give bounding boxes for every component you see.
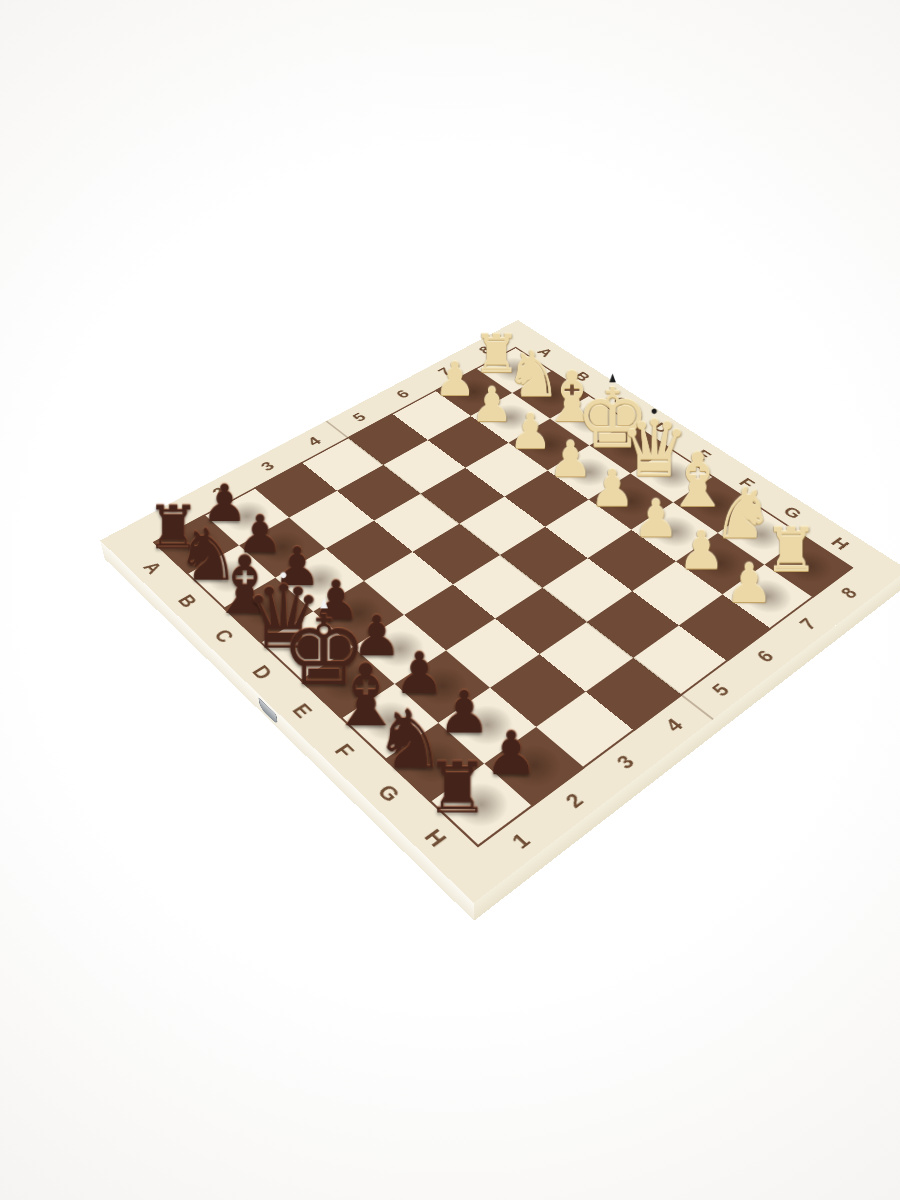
square-e8[interactable]: ●♛ — [630, 448, 713, 502]
piece-light-queen-e8[interactable]: ●♛ — [619, 404, 689, 486]
square-a5[interactable] — [348, 413, 428, 464]
square-c5[interactable] — [421, 468, 505, 524]
square-b6[interactable] — [428, 416, 509, 468]
piece-light-bishop-f8[interactable]: ♝ — [665, 446, 731, 516]
pawn-glyph: ♟ — [725, 558, 773, 609]
file-label-e: E — [692, 447, 715, 462]
rook-glyph: ♜ — [473, 329, 520, 379]
coordinate-cell: 7 — [771, 598, 844, 651]
coordinate-cell: F — [714, 461, 783, 506]
rank-label-2: 2 — [209, 485, 229, 499]
pawn-glyph: ♟ — [471, 383, 514, 428]
pawn-glyph: ♟ — [678, 526, 725, 576]
piece-shadow-holder: ♜ — [476, 347, 552, 393]
rank-label-4: 4 — [304, 435, 323, 448]
piece-shadow-holder: ♟ — [471, 393, 550, 443]
chess-set-photo: ABCDEFGH8♜♞♝▲♚●♛♝♞♜87♟♟♟♟♟♟♟♟7665544332♟… — [0, 0, 900, 1200]
file-label-a: A — [140, 558, 166, 576]
file-label-c: C — [211, 626, 239, 646]
rank-label-5: 5 — [350, 411, 369, 424]
queen-glyph: ♛ — [619, 412, 689, 486]
piece-light-rook-a8[interactable]: ♜ — [473, 329, 520, 379]
square-h8[interactable]: ♜ — [764, 536, 853, 598]
square-c4[interactable] — [374, 494, 459, 552]
rook-glyph: ♜ — [425, 754, 489, 822]
rank-label-6: 6 — [393, 388, 412, 400]
coordinate-cell: 7 — [413, 353, 476, 390]
square-b4[interactable] — [337, 465, 421, 521]
piece-light-bishop-c8[interactable]: ♝ — [541, 364, 603, 430]
square-d4[interactable] — [413, 524, 500, 585]
pawn-glyph: ♟ — [590, 465, 635, 513]
piece-dark-rook-h1[interactable]: ♜ — [425, 754, 489, 822]
piece-shadow-holder: ♟ — [589, 473, 674, 529]
rank-label-8: 8 — [476, 344, 495, 355]
pawn-glyph: ♟ — [434, 357, 476, 401]
coordinate-cell: B — [552, 357, 614, 395]
board-corner — [494, 320, 539, 347]
square-c7[interactable]: ♟ — [508, 419, 589, 471]
pawn-glyph: ♟ — [509, 409, 552, 455]
piece-light-pawn-a7[interactable]: ♟ — [434, 357, 476, 401]
coordinate-cell: 4 — [281, 421, 348, 462]
pawn-glyph: ♟ — [549, 436, 593, 483]
spike-finial: ▲ — [607, 370, 618, 385]
piece-shadow-holder: ♟ — [548, 445, 631, 499]
king-glyph: ♚ — [576, 380, 650, 458]
piece-light-pawn-g7[interactable]: ♟ — [678, 526, 725, 576]
coordinate-cell: 6 — [370, 375, 434, 413]
rank-label-3: 3 — [258, 459, 278, 473]
coordinate-cell: C — [590, 382, 653, 422]
rank-label-6: 6 — [753, 647, 777, 665]
piece-light-pawn-e7[interactable]: ♟ — [590, 465, 635, 513]
file-label-g: G — [374, 780, 405, 805]
rank-label-4: 4 — [661, 716, 686, 735]
chess-board: ABCDEFGH8♜♞♝▲♚●♛♝♞♜87♟♟♟♟♟♟♟♟7665544332♟… — [100, 320, 900, 903]
rank-label-8: 8 — [837, 585, 860, 601]
piece-shadow-holder: ♟ — [435, 368, 513, 416]
piece-dark-pawn-h2[interactable]: ♟ — [485, 725, 539, 782]
square-d5[interactable] — [459, 497, 545, 555]
piece-shadow-holder: ♞ — [512, 371, 590, 419]
file-label-b: B — [572, 369, 594, 383]
square-a4[interactable] — [302, 437, 384, 490]
file-label-f: F — [736, 475, 758, 490]
coordinate-cell: 5 — [326, 398, 392, 438]
square-a7[interactable]: ♟ — [435, 368, 513, 416]
bishop-glyph: ♝ — [541, 364, 603, 430]
piece-shadow-holder: ♜ — [764, 536, 853, 598]
coordinate-cell: 5 — [682, 662, 759, 720]
rank-label-7: 7 — [796, 615, 820, 632]
file-label-b: B — [175, 591, 202, 610]
piece-light-pawn-f7[interactable]: ♟ — [633, 495, 679, 544]
file-label-d: D — [650, 420, 673, 435]
piece-shadow-holder: ♝ — [550, 395, 630, 445]
coordinate-cell: 3 — [233, 445, 302, 488]
piece-light-pawn-b7[interactable]: ♟ — [471, 383, 514, 428]
piece-shadow-holder: ▲♚ — [589, 421, 670, 473]
square-a6[interactable] — [392, 390, 471, 440]
file-label-d: D — [249, 662, 277, 683]
file-label-e: E — [289, 700, 317, 721]
piece-shadow-holder: ♟ — [508, 419, 589, 471]
rank-label-5: 5 — [708, 681, 733, 700]
square-b7[interactable]: ♟ — [471, 393, 550, 443]
piece-light-knight-b8[interactable]: ♞ — [505, 345, 561, 405]
coordinate-cell: A — [516, 334, 576, 371]
piece-light-pawn-c7[interactable]: ♟ — [509, 409, 552, 455]
coordinate-cell: D — [630, 407, 695, 448]
board-corner — [100, 523, 153, 560]
file-label-a: A — [535, 345, 557, 358]
rank-label-1: 1 — [508, 830, 534, 852]
square-e7[interactable]: ♟ — [589, 473, 674, 529]
pawn-glyph: ♟ — [633, 495, 679, 544]
piece-light-king-d8[interactable]: ▲♚ — [576, 372, 650, 457]
piece-light-pawn-d7[interactable]: ♟ — [549, 436, 593, 483]
coordinate-cell: E — [671, 433, 738, 476]
square-c8[interactable]: ♝ — [550, 395, 630, 445]
file-label-c: C — [610, 394, 633, 408]
square-e6[interactable] — [545, 500, 631, 559]
file-label-h: H — [828, 534, 853, 551]
square-c6[interactable] — [465, 443, 547, 497]
knight-glyph: ♞ — [505, 345, 561, 405]
square-d7[interactable]: ♟ — [548, 445, 631, 499]
rank-label-7: 7 — [435, 366, 454, 378]
file-label-h: H — [421, 825, 452, 850]
piece-shadow-holder: ●♛ — [630, 448, 713, 502]
file-label-f: F — [332, 740, 360, 761]
square-b5[interactable] — [383, 440, 465, 494]
square-d8[interactable]: ▲♚ — [589, 421, 670, 473]
pawn-glyph: ♟ — [485, 725, 539, 782]
square-a8[interactable]: ♜ — [476, 347, 552, 393]
piece-light-pawn-h7[interactable]: ♟ — [725, 558, 773, 609]
coordinate-cell: 8 — [454, 332, 515, 368]
square-b8[interactable]: ♞ — [512, 371, 590, 419]
ball-finial: ● — [650, 404, 657, 416]
bishop-glyph: ♝ — [665, 446, 731, 516]
rank-label-3: 3 — [613, 752, 638, 772]
square-d6[interactable] — [504, 471, 588, 527]
rank-label-2: 2 — [561, 790, 587, 811]
